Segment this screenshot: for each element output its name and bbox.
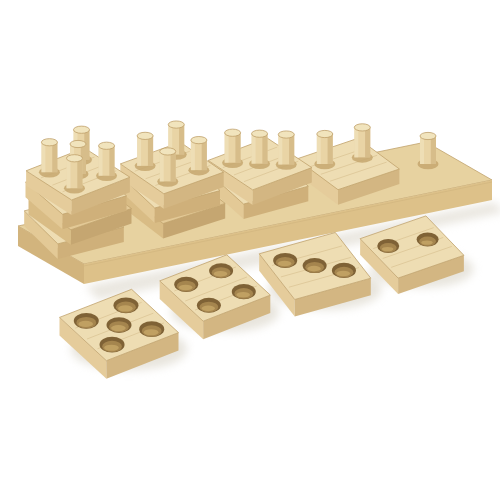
hole bbox=[377, 239, 399, 253]
peg bbox=[96, 142, 117, 181]
hole bbox=[209, 263, 233, 278]
hole bbox=[74, 313, 99, 329]
section-5-pegs bbox=[24, 126, 131, 259]
peg bbox=[249, 130, 270, 169]
peg bbox=[314, 130, 335, 169]
peg bbox=[39, 139, 60, 178]
peg bbox=[418, 132, 439, 169]
peg bbox=[135, 132, 156, 171]
hole bbox=[197, 298, 221, 313]
hole bbox=[139, 321, 164, 337]
peg bbox=[188, 137, 209, 176]
hole bbox=[303, 258, 327, 273]
peg bbox=[157, 148, 178, 187]
hole bbox=[332, 263, 356, 278]
hole bbox=[107, 317, 132, 333]
hole bbox=[232, 284, 256, 299]
counting-game-scene bbox=[0, 0, 500, 500]
peg bbox=[352, 124, 373, 163]
peg bbox=[222, 129, 243, 168]
hole bbox=[113, 297, 138, 313]
hole bbox=[273, 253, 297, 268]
peg bbox=[276, 131, 297, 170]
product-photo bbox=[0, 0, 500, 500]
peg bbox=[64, 155, 85, 194]
hole bbox=[417, 233, 439, 247]
hole bbox=[174, 277, 198, 292]
hole bbox=[100, 337, 125, 353]
section-1-pegs bbox=[418, 132, 439, 169]
